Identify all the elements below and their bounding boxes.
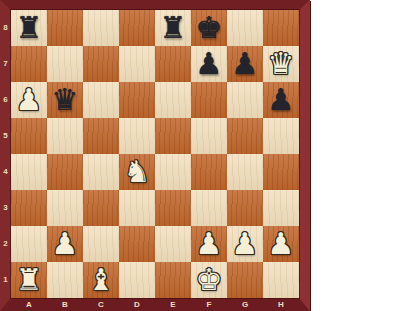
square-a2[interactable] <box>11 226 47 262</box>
square-b3[interactable] <box>47 190 83 226</box>
file-label-a: A <box>11 299 47 311</box>
rank-label-6: 6 <box>0 82 11 118</box>
square-e7[interactable] <box>155 46 191 82</box>
piece-black-pawn[interactable]: ♟ <box>227 46 263 82</box>
rank-label-8: 8 <box>0 10 11 46</box>
page-background: ♜♜♚♟♟♛♟♛♟♞♟♟♟♟♜♝♚ 87654321 ABCDEFGH <box>0 0 414 311</box>
file-label-e: E <box>155 299 191 311</box>
piece-white-rook[interactable]: ♜ <box>11 262 47 298</box>
square-g2[interactable]: ♟ <box>227 226 263 262</box>
file-label-g: G <box>227 299 263 311</box>
square-e1[interactable] <box>155 262 191 298</box>
piece-white-knight[interactable]: ♞ <box>119 154 155 190</box>
square-g1[interactable] <box>227 262 263 298</box>
square-b7[interactable] <box>47 46 83 82</box>
square-a4[interactable] <box>11 154 47 190</box>
file-label-h: H <box>263 299 299 311</box>
square-d5[interactable] <box>119 118 155 154</box>
rank-label-2: 2 <box>0 226 11 262</box>
square-f6[interactable] <box>191 82 227 118</box>
square-d4[interactable]: ♞ <box>119 154 155 190</box>
file-label-d: D <box>119 299 155 311</box>
square-b5[interactable] <box>47 118 83 154</box>
piece-white-pawn[interactable]: ♟ <box>227 226 263 262</box>
piece-black-king[interactable]: ♚ <box>191 10 227 46</box>
square-g8[interactable] <box>227 10 263 46</box>
square-h2[interactable]: ♟ <box>263 226 299 262</box>
board-grid: ♜♜♚♟♟♛♟♛♟♞♟♟♟♟♜♝♚ <box>11 10 299 298</box>
square-g6[interactable] <box>227 82 263 118</box>
square-f5[interactable] <box>191 118 227 154</box>
square-b4[interactable] <box>47 154 83 190</box>
square-a3[interactable] <box>11 190 47 226</box>
square-g5[interactable] <box>227 118 263 154</box>
file-label-c: C <box>83 299 119 311</box>
square-b2[interactable]: ♟ <box>47 226 83 262</box>
piece-black-rook[interactable]: ♜ <box>155 10 191 46</box>
rank-label-3: 3 <box>0 190 11 226</box>
square-h3[interactable] <box>263 190 299 226</box>
square-e6[interactable] <box>155 82 191 118</box>
square-a5[interactable] <box>11 118 47 154</box>
square-h8[interactable] <box>263 10 299 46</box>
square-g3[interactable] <box>227 190 263 226</box>
rank-label-5: 5 <box>0 118 11 154</box>
square-c4[interactable] <box>83 154 119 190</box>
piece-black-rook[interactable]: ♜ <box>11 10 47 46</box>
square-e8[interactable]: ♜ <box>155 10 191 46</box>
square-h4[interactable] <box>263 154 299 190</box>
piece-white-pawn[interactable]: ♟ <box>47 226 83 262</box>
square-h5[interactable] <box>263 118 299 154</box>
square-a8[interactable]: ♜ <box>11 10 47 46</box>
square-d8[interactable] <box>119 10 155 46</box>
piece-black-queen[interactable]: ♛ <box>47 82 83 118</box>
piece-white-pawn[interactable]: ♟ <box>11 82 47 118</box>
piece-white-pawn[interactable]: ♟ <box>191 226 227 262</box>
square-f2[interactable]: ♟ <box>191 226 227 262</box>
square-b8[interactable] <box>47 10 83 46</box>
square-g4[interactable] <box>227 154 263 190</box>
square-b6[interactable]: ♛ <box>47 82 83 118</box>
square-c2[interactable] <box>83 226 119 262</box>
square-a6[interactable]: ♟ <box>11 82 47 118</box>
square-e5[interactable] <box>155 118 191 154</box>
chess-board: ♜♜♚♟♟♛♟♛♟♞♟♟♟♟♜♝♚ 87654321 ABCDEFGH <box>0 0 310 311</box>
rank-label-4: 4 <box>0 154 11 190</box>
piece-black-pawn[interactable]: ♟ <box>191 46 227 82</box>
piece-white-queen[interactable]: ♛ <box>263 46 299 82</box>
square-g7[interactable]: ♟ <box>227 46 263 82</box>
square-c5[interactable] <box>83 118 119 154</box>
square-c6[interactable] <box>83 82 119 118</box>
square-d3[interactable] <box>119 190 155 226</box>
square-b1[interactable] <box>47 262 83 298</box>
square-a1[interactable]: ♜ <box>11 262 47 298</box>
square-f8[interactable]: ♚ <box>191 10 227 46</box>
piece-white-king[interactable]: ♚ <box>191 262 227 298</box>
piece-white-bishop[interactable]: ♝ <box>83 262 119 298</box>
square-c8[interactable] <box>83 10 119 46</box>
square-e2[interactable] <box>155 226 191 262</box>
square-f7[interactable]: ♟ <box>191 46 227 82</box>
piece-black-pawn[interactable]: ♟ <box>263 82 299 118</box>
rank-label-7: 7 <box>0 46 11 82</box>
square-h1[interactable] <box>263 262 299 298</box>
piece-white-pawn[interactable]: ♟ <box>263 226 299 262</box>
square-f1[interactable]: ♚ <box>191 262 227 298</box>
square-e3[interactable] <box>155 190 191 226</box>
square-d6[interactable] <box>119 82 155 118</box>
square-f4[interactable] <box>191 154 227 190</box>
square-c7[interactable] <box>83 46 119 82</box>
square-f3[interactable] <box>191 190 227 226</box>
square-c3[interactable] <box>83 190 119 226</box>
rank-label-1: 1 <box>0 262 11 298</box>
square-h7[interactable]: ♛ <box>263 46 299 82</box>
square-d1[interactable] <box>119 262 155 298</box>
square-h6[interactable]: ♟ <box>263 82 299 118</box>
file-label-b: B <box>47 299 83 311</box>
square-d7[interactable] <box>119 46 155 82</box>
square-a7[interactable] <box>11 46 47 82</box>
file-label-f: F <box>191 299 227 311</box>
square-c1[interactable]: ♝ <box>83 262 119 298</box>
square-e4[interactable] <box>155 154 191 190</box>
square-d2[interactable] <box>119 226 155 262</box>
